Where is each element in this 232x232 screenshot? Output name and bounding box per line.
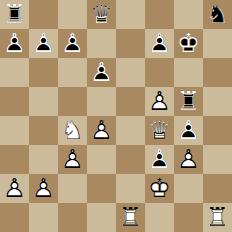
black-pawn[interactable]: ♟♙ [0, 29, 29, 58]
black-pawn[interactable]: ♟♙ [145, 145, 174, 174]
square-a6[interactable] [0, 58, 29, 87]
square-b5[interactable] [29, 87, 58, 116]
white-queen[interactable]: ♛♕ [145, 116, 174, 145]
piece-outline-glyph: ♙ [174, 144, 203, 173]
white-king[interactable]: ♚♔ [145, 174, 174, 203]
chess-board: ♜♖♛♕♞♘♟♙♟♙♟♙♟♙♚♔♟♙♟♙♜♖♞♘♟♙♛♕♟♙♟♙♟♙♟♙♟♙♟♙… [0, 0, 232, 232]
square-g4[interactable]: ♟♙ [174, 116, 203, 145]
square-h1[interactable]: ♜♖ [203, 203, 232, 232]
piece-outline-glyph: ♙ [145, 86, 174, 115]
white-pawn[interactable]: ♟♙ [174, 145, 203, 174]
piece-outline-glyph: ♔ [174, 28, 203, 57]
black-queen[interactable]: ♛♕ [87, 0, 116, 29]
piece-outline-glyph: ♔ [145, 173, 174, 202]
square-e8[interactable] [116, 0, 145, 29]
square-d4[interactable]: ♟♙ [87, 116, 116, 145]
square-g2[interactable] [174, 174, 203, 203]
square-b6[interactable] [29, 58, 58, 87]
square-e3[interactable] [116, 145, 145, 174]
square-a2[interactable]: ♟♙ [0, 174, 29, 203]
square-b7[interactable]: ♟♙ [29, 29, 58, 58]
piece-outline-glyph: ♘ [58, 115, 87, 144]
square-c3[interactable]: ♟♙ [58, 145, 87, 174]
square-f8[interactable] [145, 0, 174, 29]
square-d2[interactable] [87, 174, 116, 203]
piece-outline-glyph: ♕ [87, 0, 116, 28]
black-rook[interactable]: ♜♖ [0, 0, 29, 29]
piece-outline-glyph: ♙ [29, 28, 58, 57]
piece-outline-glyph: ♖ [116, 202, 145, 231]
square-g5[interactable]: ♜♖ [174, 87, 203, 116]
square-c4[interactable]: ♞♘ [58, 116, 87, 145]
piece-outline-glyph: ♖ [203, 202, 232, 231]
square-d7[interactable] [87, 29, 116, 58]
square-a8[interactable]: ♜♖ [0, 0, 29, 29]
piece-outline-glyph: ♙ [87, 57, 116, 86]
square-f4[interactable]: ♛♕ [145, 116, 174, 145]
square-d5[interactable] [87, 87, 116, 116]
square-b8[interactable] [29, 0, 58, 29]
white-pawn[interactable]: ♟♙ [58, 145, 87, 174]
black-pawn[interactable]: ♟♙ [58, 29, 87, 58]
piece-outline-glyph: ♙ [87, 115, 116, 144]
square-f1[interactable] [145, 203, 174, 232]
square-h4[interactable] [203, 116, 232, 145]
square-d3[interactable] [87, 145, 116, 174]
square-f7[interactable]: ♟♙ [145, 29, 174, 58]
black-king[interactable]: ♚♔ [174, 29, 203, 58]
piece-outline-glyph: ♖ [174, 86, 203, 115]
black-knight[interactable]: ♞♘ [203, 0, 232, 29]
square-b4[interactable] [29, 116, 58, 145]
square-b1[interactable] [29, 203, 58, 232]
piece-outline-glyph: ♙ [29, 173, 58, 202]
square-f6[interactable] [145, 58, 174, 87]
square-a5[interactable] [0, 87, 29, 116]
square-a3[interactable] [0, 145, 29, 174]
piece-outline-glyph: ♙ [0, 28, 29, 57]
square-g8[interactable] [174, 0, 203, 29]
square-e1[interactable]: ♜♖ [116, 203, 145, 232]
square-d1[interactable] [87, 203, 116, 232]
piece-outline-glyph: ♙ [58, 28, 87, 57]
white-knight[interactable]: ♞♘ [58, 116, 87, 145]
square-g7[interactable]: ♚♔ [174, 29, 203, 58]
square-b3[interactable] [29, 145, 58, 174]
black-rook[interactable]: ♜♖ [174, 87, 203, 116]
square-a4[interactable] [0, 116, 29, 145]
piece-outline-glyph: ♙ [145, 144, 174, 173]
square-f3[interactable]: ♟♙ [145, 145, 174, 174]
white-pawn[interactable]: ♟♙ [87, 116, 116, 145]
square-c6[interactable] [58, 58, 87, 87]
square-f2[interactable]: ♚♔ [145, 174, 174, 203]
square-h7[interactable] [203, 29, 232, 58]
white-pawn[interactable]: ♟♙ [29, 174, 58, 203]
piece-outline-glyph: ♘ [203, 0, 232, 28]
square-a7[interactable]: ♟♙ [0, 29, 29, 58]
square-h5[interactable] [203, 87, 232, 116]
square-d6[interactable]: ♟♙ [87, 58, 116, 87]
white-pawn[interactable]: ♟♙ [0, 174, 29, 203]
square-e7[interactable] [116, 29, 145, 58]
square-h3[interactable] [203, 145, 232, 174]
black-pawn[interactable]: ♟♙ [145, 29, 174, 58]
square-g3[interactable]: ♟♙ [174, 145, 203, 174]
square-e4[interactable] [116, 116, 145, 145]
piece-outline-glyph: ♕ [145, 115, 174, 144]
piece-outline-glyph: ♖ [0, 0, 29, 28]
square-h8[interactable]: ♞♘ [203, 0, 232, 29]
square-c1[interactable] [58, 203, 87, 232]
square-c5[interactable] [58, 87, 87, 116]
square-c7[interactable]: ♟♙ [58, 29, 87, 58]
square-f5[interactable]: ♟♙ [145, 87, 174, 116]
piece-outline-glyph: ♙ [145, 28, 174, 57]
square-d8[interactable]: ♛♕ [87, 0, 116, 29]
white-rook[interactable]: ♜♖ [203, 203, 232, 232]
square-a1[interactable] [0, 203, 29, 232]
black-pawn[interactable]: ♟♙ [87, 58, 116, 87]
square-e6[interactable] [116, 58, 145, 87]
square-b2[interactable]: ♟♙ [29, 174, 58, 203]
square-h2[interactable] [203, 174, 232, 203]
square-c8[interactable] [58, 0, 87, 29]
square-e5[interactable] [116, 87, 145, 116]
black-pawn[interactable]: ♟♙ [174, 116, 203, 145]
black-pawn[interactable]: ♟♙ [29, 29, 58, 58]
piece-outline-glyph: ♙ [174, 115, 203, 144]
square-h6[interactable] [203, 58, 232, 87]
white-rook[interactable]: ♜♖ [116, 203, 145, 232]
white-pawn[interactable]: ♟♙ [145, 87, 174, 116]
square-g6[interactable] [174, 58, 203, 87]
square-e2[interactable] [116, 174, 145, 203]
square-g1[interactable] [174, 203, 203, 232]
piece-outline-glyph: ♙ [0, 173, 29, 202]
piece-outline-glyph: ♙ [58, 144, 87, 173]
square-c2[interactable] [58, 174, 87, 203]
